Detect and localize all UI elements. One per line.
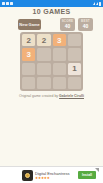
- empty-cell: [53, 77, 66, 89]
- credit-text: Original game created by: [19, 94, 58, 98]
- tile-3: 3: [53, 34, 66, 46]
- empty-cell: [68, 77, 81, 89]
- page-title: 10 GAMES: [0, 8, 103, 16]
- empty-cell: [22, 63, 35, 75]
- notification-icon: [10, 2, 13, 5]
- wifi-icon: [96, 2, 98, 5]
- empty-cell: [68, 34, 81, 46]
- empty-cell: [37, 63, 50, 75]
- status-bar-status-icons: [93, 2, 101, 6]
- tile-3: 3: [22, 48, 35, 60]
- empty-cell: [37, 48, 50, 60]
- ad-rating-stars: ★★★★★: [35, 176, 69, 180]
- new-game-button[interactable]: New Game: [18, 19, 41, 30]
- score-box: SCORE 40: [60, 18, 75, 31]
- ad-text-block: Digital Enchantress ★★★★★: [35, 171, 69, 180]
- status-bar-notifications: [2, 2, 13, 5]
- empty-cell: [53, 48, 66, 60]
- ad-title: Digital Enchantress: [35, 171, 69, 176]
- empty-cell: [22, 77, 35, 89]
- install-button[interactable]: Install: [78, 171, 96, 179]
- credit-line: Original game created by Gabriele Cirull…: [0, 94, 103, 98]
- tile-1: 1: [68, 63, 81, 75]
- best-value: 40: [79, 23, 92, 29]
- ad-banner[interactable]: Digital Enchantress ★★★★★ Install: [0, 166, 103, 183]
- score-value: 40: [61, 23, 74, 29]
- adchoices-icon[interactable]: [95, 168, 99, 172]
- empty-cell: [37, 77, 50, 89]
- credit-link[interactable]: Gabriele Cirulli: [59, 94, 84, 98]
- game-board[interactable]: 22331: [20, 32, 83, 91]
- ad-app-emblem-icon: [25, 173, 30, 178]
- status-bar: [0, 0, 103, 7]
- ad-app-icon[interactable]: [22, 170, 33, 181]
- app-screen: 10 GAMES New Game SCORE 40 BEST 40 22331…: [0, 0, 103, 183]
- notification-icon: [2, 2, 5, 5]
- battery-icon: [99, 2, 101, 6]
- tile-2: 2: [22, 34, 35, 46]
- signal-icon: [93, 2, 95, 5]
- empty-cell: [53, 63, 66, 75]
- notification-icon: [6, 2, 9, 5]
- tile-2: 2: [37, 34, 50, 46]
- score-panel: SCORE 40 BEST 40: [60, 18, 93, 31]
- empty-cell: [68, 48, 81, 60]
- best-box: BEST 40: [78, 18, 93, 31]
